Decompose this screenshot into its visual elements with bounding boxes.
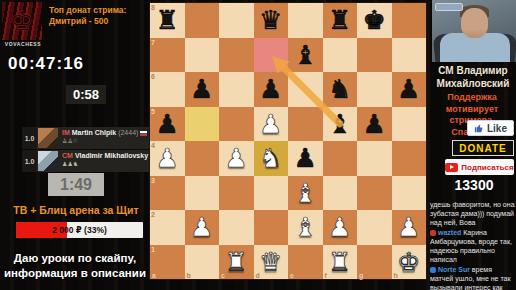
square-h5[interactable]	[392, 107, 427, 142]
lessons-ad: Даю уроки по скайпу, информация в описан…	[3, 251, 147, 281]
rank-label: 2	[151, 211, 155, 218]
piece-wb-e3[interactable]: ♝	[288, 176, 323, 211]
rank-label: 3	[151, 177, 155, 184]
rank-label: 6	[151, 73, 155, 80]
black-clock: 0:58	[66, 85, 106, 104]
chat-username[interactable]: wazted	[438, 229, 463, 236]
piece-wq-d1[interactable]: ♛	[254, 245, 289, 280]
square-a2[interactable]: 2	[150, 210, 185, 245]
square-a4[interactable]: 4♟	[150, 141, 185, 176]
file-label: e	[290, 272, 294, 279]
piece-br-a8[interactable]: ♜	[150, 3, 185, 38]
piece-bp-a5[interactable]: ♟	[150, 107, 185, 142]
square-e2[interactable]: ♝	[288, 210, 323, 245]
piece-bb-e7[interactable]: ♝	[288, 38, 323, 73]
piece-bk-g8[interactable]: ♚	[357, 3, 392, 38]
square-f7[interactable]	[323, 38, 358, 73]
square-e7[interactable]: ♝	[288, 38, 323, 73]
square-f3[interactable]	[323, 176, 358, 211]
square-c3[interactable]	[219, 176, 254, 211]
square-b5[interactable]	[185, 107, 220, 142]
player-card-black[interactable]: 1.0 IMMartin Chlpik(2444) ♙♙♘	[22, 127, 150, 149]
square-g4[interactable]	[357, 141, 392, 176]
square-b8[interactable]	[185, 3, 220, 38]
square-d4[interactable]: ♞	[254, 141, 289, 176]
square-d3[interactable]	[254, 176, 289, 211]
lessons-ad-line1: Даю уроки по скайпу,	[3, 251, 147, 266]
piece-bb-f5[interactable]: ♝	[323, 107, 358, 142]
square-a5[interactable]: 5♟	[150, 107, 185, 142]
flag-icon	[140, 131, 147, 136]
square-c2[interactable]	[219, 210, 254, 245]
square-c7[interactable]	[219, 38, 254, 73]
like-label: Like	[487, 123, 507, 134]
subscriber-count: 13300	[432, 177, 516, 193]
like-button[interactable]: Like	[467, 120, 514, 136]
piece-bp-b6[interactable]: ♟	[185, 72, 220, 107]
chat-username[interactable]: Norte Sur	[438, 266, 472, 273]
square-c8[interactable]	[219, 3, 254, 38]
rank-label: 7	[151, 39, 155, 46]
square-a6[interactable]: 6	[150, 72, 185, 107]
donation-progress-bar: 2 000 ₽ (33%)	[16, 222, 143, 238]
streamer-name-line1: СМ Владимир	[430, 64, 516, 77]
top-donation: Топ донат стрима: Дмитрий - 500	[49, 5, 151, 27]
streamer-name-line2: Михайловский	[430, 77, 516, 90]
piece-wp-b2[interactable]: ♟	[185, 210, 220, 245]
youtube-play-icon	[445, 163, 458, 172]
piece-bp-e4[interactable]: ♟	[288, 141, 323, 176]
square-d6[interactable]: ♟	[254, 72, 289, 107]
square-b6[interactable]: ♟	[185, 72, 220, 107]
square-h1[interactable]: h♚	[392, 245, 427, 280]
player-score: 1.0	[22, 150, 37, 172]
square-a3[interactable]: 3	[150, 176, 185, 211]
square-h2[interactable]: ♟	[392, 210, 427, 245]
chat-text: удешь фаворитом, но она зубастая дама)))…	[430, 201, 515, 226]
square-d5[interactable]: ♟	[254, 107, 289, 142]
square-f5[interactable]: ♝	[323, 107, 358, 142]
square-h6[interactable]: ♟	[392, 72, 427, 107]
square-a8[interactable]: 8♜	[150, 3, 185, 38]
square-g1[interactable]: g	[357, 245, 392, 280]
chat-panel[interactable]: удешь фаворитом, но она зубастая дама)))…	[430, 200, 515, 290]
piece-wp-c4[interactable]: ♟	[219, 141, 254, 176]
lessons-ad-line2: информация в описании	[3, 266, 147, 281]
square-b7[interactable]	[185, 38, 220, 73]
square-f2[interactable]: ♟	[323, 210, 358, 245]
captured-pieces: ♙♙♘	[62, 137, 150, 145]
white-clock: 1:49	[48, 173, 104, 196]
webcam-feed	[432, 0, 516, 62]
square-e8[interactable]	[288, 3, 323, 38]
stream-timer: 00:47:16	[8, 54, 84, 74]
square-e6[interactable]	[288, 72, 323, 107]
square-e3[interactable]: ♝	[288, 176, 323, 211]
top-donation-label: Топ донат стрима:	[49, 5, 151, 16]
square-f8[interactable]: ♜	[323, 3, 358, 38]
support-message-line1: Поддержка мотивирует	[428, 92, 516, 115]
subscribe-label: Подписаться	[461, 163, 513, 172]
player-rating: (2444)	[118, 129, 138, 136]
piece-wr-f1[interactable]: ♜	[323, 245, 358, 280]
chess-king-icon: ♚	[10, 6, 33, 36]
piece-wp-h2[interactable]: ♟	[392, 210, 427, 245]
square-b2[interactable]: ♟	[185, 210, 220, 245]
rank-label: 1	[151, 246, 155, 253]
square-f4[interactable]	[323, 141, 358, 176]
square-c1[interactable]: c♜	[219, 245, 254, 280]
player-card-white[interactable]: 1.0 CMVladimir Mikhailovsky(2778) ♟♟♞	[22, 150, 150, 172]
chess-board[interactable]: 8♜♛♜♚7♝6♟♟♞♟5♟♟♝♟4♟♟♞♟3♝2♟♝♟♟1abc♜d♛ef♜g…	[150, 3, 426, 279]
file-label: a	[152, 272, 156, 279]
square-h3[interactable]	[392, 176, 427, 211]
piece-wp-a4[interactable]: ♟	[150, 141, 185, 176]
piece-wp-d5[interactable]: ♟	[254, 107, 289, 142]
donation-progress-label: 2 000 ₽ (33%)	[16, 222, 143, 238]
piece-bp-h6[interactable]: ♟	[392, 72, 427, 107]
square-h7[interactable]	[392, 38, 427, 73]
square-e4[interactable]: ♟	[288, 141, 323, 176]
piece-bp-g5[interactable]: ♟	[357, 107, 392, 142]
piece-bn-f6[interactable]: ♞	[323, 72, 358, 107]
square-g2[interactable]	[357, 210, 392, 245]
player-title: CM	[62, 152, 73, 159]
piece-wn-d4[interactable]: ♞	[254, 141, 289, 176]
player-score: 1.0	[22, 127, 37, 149]
square-f1[interactable]: f♜	[323, 245, 358, 280]
piece-br-f8[interactable]: ♜	[323, 3, 358, 38]
stream-overlay: ♚ VOVACHESS Топ донат стрима: Дмитрий - …	[0, 0, 516, 290]
top-donation-value: Дмитрий - 500	[49, 16, 151, 27]
square-d7[interactable]	[254, 38, 289, 73]
player-title: IM	[62, 129, 70, 136]
piece-bq-d8[interactable]: ♛	[254, 3, 289, 38]
square-b1[interactable]: b	[185, 245, 220, 280]
square-d1[interactable]: d♛	[254, 245, 289, 280]
player-name: Martin Chlpik	[72, 129, 116, 136]
chat-badge-icon	[430, 267, 436, 273]
channel-name: VOVACHESS	[0, 41, 46, 47]
piece-wk-h1[interactable]: ♚	[392, 245, 427, 280]
thumbs-up-icon	[474, 123, 484, 133]
square-b3[interactable]	[185, 176, 220, 211]
square-d2[interactable]	[254, 210, 289, 245]
channel-logo: ♚	[2, 2, 42, 40]
avatar	[38, 128, 58, 148]
avatar	[38, 151, 58, 171]
subscribe-button[interactable]: Подписаться	[445, 159, 514, 175]
chat-badge-icon	[430, 230, 436, 236]
streamer-face	[461, 8, 488, 38]
square-c6[interactable]	[219, 72, 254, 107]
chat-message: Norte Sur время матчей ушло, мне не так …	[430, 265, 515, 290]
file-label: g	[359, 272, 363, 279]
square-g6[interactable]	[357, 72, 392, 107]
piece-bp-d6[interactable]: ♟	[254, 72, 289, 107]
square-h4[interactable]	[392, 141, 427, 176]
square-d8[interactable]: ♛	[254, 3, 289, 38]
piece-wp-f2[interactable]: ♟	[323, 210, 358, 245]
square-h8[interactable]	[392, 3, 427, 38]
donate-button[interactable]: DONATE	[452, 140, 514, 156]
square-a7[interactable]: 7	[150, 38, 185, 73]
square-a1[interactable]: 1a	[150, 245, 185, 280]
chat-message: wazted Карина Амбарцумова, вроде так, на…	[430, 228, 515, 264]
square-g5[interactable]: ♟	[357, 107, 392, 142]
tournament-title: ТВ + Блиц арена за Щит	[5, 204, 147, 216]
player-name: Vladimir Mikhailovsky	[75, 152, 148, 159]
square-c5[interactable]	[219, 107, 254, 142]
webcam-caption	[435, 3, 463, 11]
square-b4[interactable]	[185, 141, 220, 176]
square-e5[interactable]	[288, 107, 323, 142]
square-g3[interactable]	[357, 176, 392, 211]
streamer-name: СМ Владимир Михайловский	[430, 64, 516, 90]
piece-wb-e2[interactable]: ♝	[288, 210, 323, 245]
square-g8[interactable]: ♚	[357, 3, 392, 38]
captured-pieces: ♟♟♞	[62, 160, 150, 168]
file-label: b	[187, 272, 191, 279]
square-f6[interactable]: ♞	[323, 72, 358, 107]
piece-wr-c1[interactable]: ♜	[219, 245, 254, 280]
square-g7[interactable]	[357, 38, 392, 73]
square-e1[interactable]: e	[288, 245, 323, 280]
chat-message: удешь фаворитом, но она зубастая дама)))…	[430, 200, 515, 227]
square-c4[interactable]: ♟	[219, 141, 254, 176]
